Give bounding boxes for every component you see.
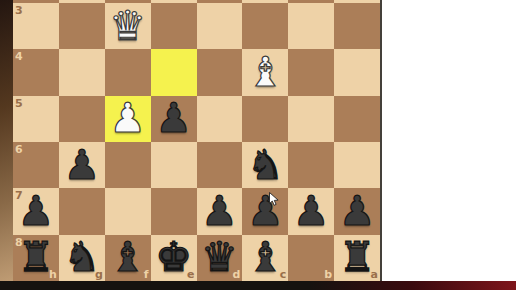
square-a7[interactable]: ♟ — [334, 188, 380, 234]
piece-black-pawn[interactable]: ♟ — [151, 96, 197, 142]
square-g4[interactable] — [59, 49, 105, 95]
square-h5[interactable]: 5 — [13, 96, 59, 142]
square-f3[interactable]: ♛ — [105, 3, 151, 49]
square-g8[interactable]: ♞g — [59, 235, 105, 281]
square-e5[interactable]: ♟ — [151, 96, 197, 142]
square-a3[interactable] — [334, 3, 380, 49]
file-label-b: b — [324, 268, 332, 281]
square-c5[interactable] — [242, 96, 288, 142]
square-f5[interactable]: ♟ — [105, 96, 151, 142]
piece-black-pawn[interactable]: ♟ — [242, 188, 288, 234]
file-label-c: c — [280, 268, 287, 281]
rank-label-6: 6 — [15, 143, 23, 156]
square-d6[interactable] — [197, 142, 243, 188]
piece-black-pawn[interactable]: ♟ — [288, 188, 334, 234]
file-label-e: e — [187, 268, 194, 281]
square-b7[interactable]: ♟ — [288, 188, 334, 234]
piece-black-pawn[interactable]: ♟ — [334, 188, 380, 234]
bottom-video-bar — [0, 281, 516, 290]
rank-label-7: 7 — [15, 189, 23, 202]
screenshot-root: 3♛4♝5♟♟6♟♞♟7♟♟♟♟♜8h♞g♝f♚e♛d♝cb♜a — [0, 0, 516, 290]
square-f7[interactable] — [105, 188, 151, 234]
square-c6[interactable]: ♞ — [242, 142, 288, 188]
square-a4[interactable] — [334, 49, 380, 95]
piece-white-pawn[interactable]: ♟ — [105, 96, 151, 142]
square-h3[interactable]: 3 — [13, 3, 59, 49]
square-e7[interactable] — [151, 188, 197, 234]
mouse-cursor — [268, 192, 281, 207]
square-d5[interactable] — [197, 96, 243, 142]
square-e6[interactable] — [151, 142, 197, 188]
square-h6[interactable]: 6 — [13, 142, 59, 188]
file-label-h: h — [49, 268, 57, 281]
square-f6[interactable] — [105, 142, 151, 188]
square-d3[interactable] — [197, 3, 243, 49]
square-h8[interactable]: ♜8h — [13, 235, 59, 281]
square-h7[interactable]: ♟7 — [13, 188, 59, 234]
rank-label-8: 8 — [15, 236, 23, 249]
square-f4[interactable] — [105, 49, 151, 95]
square-g7[interactable] — [59, 188, 105, 234]
square-a5[interactable] — [334, 96, 380, 142]
piece-white-bishop[interactable]: ♝ — [242, 49, 288, 95]
square-e4[interactable] — [151, 49, 197, 95]
piece-black-pawn[interactable]: ♟ — [197, 188, 243, 234]
piece-black-pawn[interactable]: ♟ — [59, 142, 105, 188]
square-d7[interactable]: ♟ — [197, 188, 243, 234]
square-h4[interactable]: 4 — [13, 49, 59, 95]
piece-white-queen[interactable]: ♛ — [105, 3, 151, 49]
piece-black-knight[interactable]: ♞ — [242, 142, 288, 188]
square-g3[interactable] — [59, 3, 105, 49]
left-wood-border — [0, 0, 14, 281]
file-label-g: g — [95, 268, 103, 281]
square-c4[interactable]: ♝ — [242, 49, 288, 95]
square-e3[interactable] — [151, 3, 197, 49]
file-label-f: f — [144, 268, 149, 281]
square-g5[interactable] — [59, 96, 105, 142]
square-a8[interactable]: ♜a — [334, 235, 380, 281]
square-d4[interactable] — [197, 49, 243, 95]
square-b4[interactable] — [288, 49, 334, 95]
file-label-a: a — [371, 268, 378, 281]
square-c7[interactable]: ♟ — [242, 188, 288, 234]
square-d8[interactable]: ♛d — [197, 235, 243, 281]
square-b5[interactable] — [288, 96, 334, 142]
rank-label-5: 5 — [15, 97, 23, 110]
square-c8[interactable]: ♝c — [242, 235, 288, 281]
square-g6[interactable]: ♟ — [59, 142, 105, 188]
chess-board: 3♛4♝5♟♟6♟♞♟7♟♟♟♟♜8h♞g♝f♚e♛d♝cb♜a — [13, 0, 382, 281]
rank-label-3: 3 — [15, 4, 23, 17]
square-b8[interactable]: b — [288, 235, 334, 281]
square-b3[interactable] — [288, 3, 334, 49]
square-a6[interactable] — [334, 142, 380, 188]
square-e8[interactable]: ♚e — [151, 235, 197, 281]
right-blank-panel — [382, 0, 516, 281]
square-c3[interactable] — [242, 3, 288, 49]
rank-label-4: 4 — [15, 50, 23, 63]
square-b6[interactable] — [288, 142, 334, 188]
file-label-d: d — [233, 268, 241, 281]
square-f8[interactable]: ♝f — [105, 235, 151, 281]
